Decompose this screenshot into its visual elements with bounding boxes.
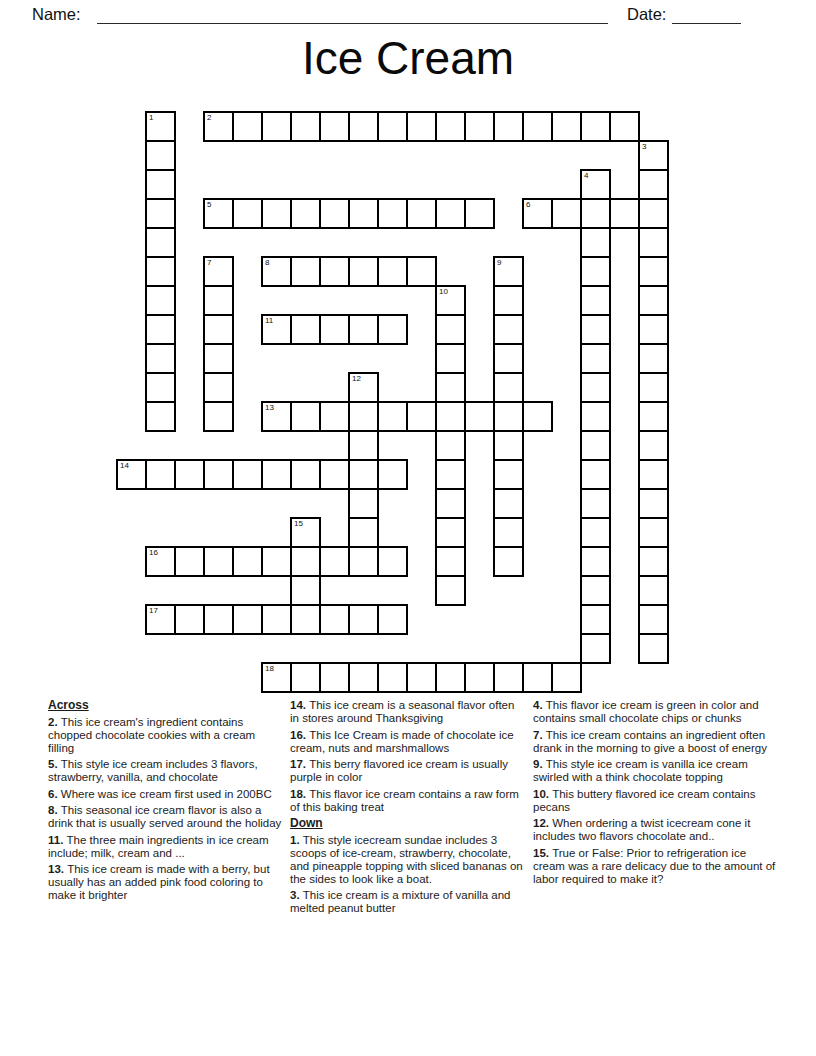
grid-cell-r6c3[interactable] [203,285,234,316]
grid-cell-r0c16[interactable] [580,111,611,142]
grid-cell-r3c5[interactable] [261,198,292,229]
clue-number-9: 9 [497,258,501,268]
grid-cell-r5c8[interactable] [348,256,379,287]
clue-across-14: 14. This ice cream is a seasonal flavor … [290,699,525,725]
grid-cell-r5c16[interactable] [580,256,611,287]
grid-cell-r11c18[interactable] [638,430,669,461]
grid-cell-r10c7[interactable] [319,401,350,432]
grid-cell-r9c3[interactable] [203,372,234,403]
grid-cell-r3c18[interactable] [638,198,669,229]
grid-cell-r17c3[interactable] [203,604,234,635]
grid-cell-r6c13[interactable] [493,285,524,316]
grid-cell-r19c5[interactable]: 18 [261,662,292,693]
grid-cell-r17c16[interactable] [580,604,611,635]
grid-cell-r7c1[interactable] [145,314,176,345]
puzzle-title: Ice Cream [0,32,816,85]
clue-across-6-number: 6. [48,788,61,800]
grid-cell-r8c11[interactable] [435,343,466,374]
clue-number-13: 13 [265,403,274,413]
grid-cell-r17c7[interactable] [319,604,350,635]
clue-down-12-number: 12. [533,817,552,829]
grid-cell-r0c15[interactable] [551,111,582,142]
grid-cell-r12c18[interactable] [638,459,669,490]
grid-cell-r0c6[interactable] [290,111,321,142]
grid-cell-r8c13[interactable] [493,343,524,374]
grid-cell-r3c17[interactable] [609,198,640,229]
grid-cell-r10c6[interactable] [290,401,321,432]
grid-cell-r14c16[interactable] [580,517,611,548]
clue-number-6: 6 [526,200,530,210]
grid-cell-r15c1[interactable]: 16 [145,546,176,577]
grid-cell-r10c13[interactable] [493,401,524,432]
grid-cell-r6c1[interactable] [145,285,176,316]
grid-cell-r7c5[interactable]: 11 [261,314,292,345]
grid-cell-r15c8[interactable] [348,546,379,577]
grid-cell-r12c6[interactable] [290,459,321,490]
grid-cell-r12c11[interactable] [435,459,466,490]
grid-cell-r17c1[interactable]: 17 [145,604,176,635]
clue-number-17: 17 [149,606,158,616]
clue-across-2: 2. This ice cream's ingredient contains … [48,716,282,755]
grid-cell-r1c1[interactable] [145,140,176,171]
grid-cell-r3c14[interactable]: 6 [522,198,553,229]
clue-down-15: 15. True or False: Prior to refrigeratio… [533,847,777,886]
clue-across-5-number: 5. [48,758,61,770]
grid-cell-r15c4[interactable] [232,546,263,577]
grid-cell-r5c7[interactable] [319,256,350,287]
grid-cell-r15c16[interactable] [580,546,611,577]
grid-cell-r14c13[interactable] [493,517,524,548]
clues-across-heading: Across [48,699,282,712]
grid-cell-r7c16[interactable] [580,314,611,345]
clue-down-9-number: 9. [533,758,546,770]
grid-cell-r3c15[interactable] [551,198,582,229]
grid-cell-r12c1[interactable] [145,459,176,490]
clue-number-8: 8 [265,258,269,268]
grid-cell-r3c7[interactable] [319,198,350,229]
grid-cell-r3c4[interactable] [232,198,263,229]
grid-cell-r12c5[interactable] [261,459,292,490]
clue-number-7: 7 [207,258,211,268]
grid-cell-r0c1[interactable]: 1 [145,111,176,142]
grid-cell-r11c11[interactable] [435,430,466,461]
grid-cell-r7c6[interactable] [290,314,321,345]
grid-cell-r13c16[interactable] [580,488,611,519]
grid-cell-r15c18[interactable] [638,546,669,577]
grid-cell-r19c13[interactable] [493,662,524,693]
grid-cell-r8c18[interactable] [638,343,669,374]
clue-across-5: 5. This style ice cream includes 3 flavo… [48,758,282,784]
grid-cell-r7c11[interactable] [435,314,466,345]
clue-number-14: 14 [120,461,129,471]
grid-cell-r17c5[interactable] [261,604,292,635]
grid-cell-r15c3[interactable] [203,546,234,577]
clue-down-1: 1. This style icecream sundae includes 3… [290,834,525,886]
grid-cell-r7c9[interactable] [377,314,408,345]
grid-cell-r6c11[interactable]: 10 [435,285,466,316]
grid-cell-r11c13[interactable] [493,430,524,461]
grid-cell-r16c18[interactable] [638,575,669,606]
grid-cell-r10c11[interactable] [435,401,466,432]
grid-cell-r3c3[interactable]: 5 [203,198,234,229]
clue-down-7-number: 7. [533,729,546,741]
grid-cell-r9c18[interactable] [638,372,669,403]
clue-across-8: 8. This seasonal ice cream flavor is als… [48,804,282,830]
clue-number-11: 11 [265,316,273,326]
grid-cell-r0c8[interactable] [348,111,379,142]
grid-cell-r15c9[interactable] [377,546,408,577]
grid-cell-r12c8[interactable] [348,459,379,490]
grid-cell-r4c18[interactable] [638,227,669,258]
grid-cell-r17c4[interactable] [232,604,263,635]
grid-cell-r13c18[interactable] [638,488,669,519]
grid-cell-r10c8[interactable] [348,401,379,432]
grid-cell-r11c8[interactable] [348,430,379,461]
grid-cell-r3c1[interactable] [145,198,176,229]
clue-number-16: 16 [149,548,158,558]
grid-cell-r10c18[interactable] [638,401,669,432]
clue-across-8-number: 8. [48,804,61,816]
grid-cell-r3c6[interactable] [290,198,321,229]
grid-cell-r0c11[interactable] [435,111,466,142]
clue-number-5: 5 [207,200,211,210]
grid-cell-r0c13[interactable] [493,111,524,142]
grid-cell-r19c15[interactable] [551,662,582,693]
clue-down-15-number: 15. [533,847,552,859]
grid-cell-r10c16[interactable] [580,401,611,432]
grid-cell-r3c8[interactable] [348,198,379,229]
clue-number-3: 3 [642,142,646,152]
clue-number-18: 18 [265,664,274,674]
grid-cell-r10c3[interactable] [203,401,234,432]
grid-cell-r16c11[interactable] [435,575,466,606]
clue-across-18: 18. This flavor ice cream contains a raw… [290,788,525,814]
grid-cell-r12c7[interactable] [319,459,350,490]
grid-cell-r19c8[interactable] [348,662,379,693]
grid-cell-r14c11[interactable] [435,517,466,548]
crossword-worksheet: { "game": "crossword", "title": "Ice Cre… [0,0,816,1056]
clue-across-13-number: 13. [48,863,67,875]
clue-across-18-number: 18. [290,788,309,800]
grid-cell-r3c9[interactable] [377,198,408,229]
grid-cell-r5c3[interactable]: 7 [203,256,234,287]
grid-cell-r3c10[interactable] [406,198,437,229]
grid-cell-r10c14[interactable] [522,401,553,432]
grid-cell-r5c1[interactable] [145,256,176,287]
grid-cell-r5c6[interactable] [290,256,321,287]
grid-cell-r9c11[interactable] [435,372,466,403]
date-label: Date: [627,5,666,24]
grid-cell-r0c5[interactable] [261,111,292,142]
grid-cell-r2c18[interactable] [638,169,669,200]
clue-across-16: 16. This Ice Cream is made of chocolate … [290,729,525,755]
grid-cell-r13c11[interactable] [435,488,466,519]
clue-number-12: 12 [352,374,361,384]
grid-cell-r8c3[interactable] [203,343,234,374]
clue-column-3: 4. This flavor ice cream is green in col… [533,699,777,889]
grid-cell-r7c7[interactable] [319,314,350,345]
clue-across-2-number: 2. [48,716,61,728]
grid-cell-r18c16[interactable] [580,633,611,664]
grid-cell-r17c2[interactable] [174,604,205,635]
grid-cell-r16c6[interactable] [290,575,321,606]
grid-cell-r15c7[interactable] [319,546,350,577]
clue-across-6: 6. Where was ice cream first used in 200… [48,788,282,801]
grid-cell-r17c9[interactable] [377,604,408,635]
grid-cell-r9c16[interactable] [580,372,611,403]
grid-cell-r0c3[interactable]: 2 [203,111,234,142]
clue-down-12: 12. When ordering a twist icecream cone … [533,817,777,843]
grid-cell-r4c1[interactable] [145,227,176,258]
name-blank-line [97,8,608,24]
grid-cell-r12c9[interactable] [377,459,408,490]
clue-down-1-number: 1. [290,834,303,846]
grid-cell-r19c11[interactable] [435,662,466,693]
grid-cell-r12c3[interactable] [203,459,234,490]
grid-cell-r10c12[interactable] [464,401,495,432]
grid-cell-r12c16[interactable] [580,459,611,490]
grid-cell-r15c5[interactable] [261,546,292,577]
grid-cell-r0c14[interactable] [522,111,553,142]
grid-cell-r2c16[interactable]: 4 [580,169,611,200]
grid-cell-r0c12[interactable] [464,111,495,142]
clue-number-2: 2 [207,113,211,123]
grid-cell-r19c14[interactable] [522,662,553,693]
clue-number-4: 4 [584,171,588,181]
grid-cell-r10c10[interactable] [406,401,437,432]
grid-cell-r2c1[interactable] [145,169,176,200]
clue-column-1: Across2. This ice cream's ingredient con… [48,699,282,906]
grid-cell-r5c5[interactable]: 8 [261,256,292,287]
clue-across-11-number: 11. [48,834,67,846]
grid-cell-r10c9[interactable] [377,401,408,432]
clue-down-3-number: 3. [290,889,303,901]
grid-cell-r19c10[interactable] [406,662,437,693]
grid-cell-r0c17[interactable] [609,111,640,142]
clue-across-17: 17. This berry flavored ice cream is usu… [290,758,525,784]
grid-cell-r5c9[interactable] [377,256,408,287]
grid-cell-r5c13[interactable]: 9 [493,256,524,287]
grid-cell-r6c18[interactable] [638,285,669,316]
clue-column-2: 14. This ice cream is a seasonal flavor … [290,699,525,919]
grid-cell-r3c11[interactable] [435,198,466,229]
clue-down-4-number: 4. [533,699,546,711]
name-label: Name: [32,5,81,24]
grid-cell-r10c1[interactable] [145,401,176,432]
grid-cell-r16c16[interactable] [580,575,611,606]
grid-cell-r13c8[interactable] [348,488,379,519]
grid-cell-r12c2[interactable] [174,459,205,490]
clue-across-16-number: 16. [290,729,309,741]
clues-down-heading: Down [290,817,525,830]
clue-across-13: 13. This ice cream is made with a berry,… [48,863,282,902]
grid-cell-r0c10[interactable] [406,111,437,142]
grid-cell-r5c10[interactable] [406,256,437,287]
clue-across-11: 11. The three main ingredients in ice cr… [48,834,282,860]
grid-cell-r1c18[interactable]: 3 [638,140,669,171]
grid-cell-r4c16[interactable] [580,227,611,258]
grid-cell-r15c11[interactable] [435,546,466,577]
grid-cell-r14c6[interactable]: 15 [290,517,321,548]
grid-cell-r14c8[interactable] [348,517,379,548]
grid-cell-r7c3[interactable] [203,314,234,345]
grid-cell-r6c16[interactable] [580,285,611,316]
grid-cell-r0c7[interactable] [319,111,350,142]
grid-cell-r11c16[interactable] [580,430,611,461]
grid-cell-r3c16[interactable] [580,198,611,229]
grid-cell-r7c18[interactable] [638,314,669,345]
grid-cell-r13c13[interactable] [493,488,524,519]
grid-cell-r9c13[interactable] [493,372,524,403]
grid-cell-r14c18[interactable] [638,517,669,548]
clue-number-10: 10 [439,287,448,297]
grid-cell-r19c6[interactable] [290,662,321,693]
clue-across-17-number: 17. [290,758,309,770]
clue-down-7: 7. This ice cream contains an ingredient… [533,729,777,755]
grid-cell-r17c8[interactable] [348,604,379,635]
clue-number-1: 1 [149,113,153,123]
grid-cell-r17c18[interactable] [638,604,669,635]
grid-cell-r5c18[interactable] [638,256,669,287]
clue-down-4: 4. This flavor ice cream is green in col… [533,699,777,725]
grid-cell-r19c9[interactable] [377,662,408,693]
grid-cell-r17c6[interactable] [290,604,321,635]
clue-across-14-number: 14. [290,699,309,711]
grid-cell-r7c8[interactable] [348,314,379,345]
clue-number-15: 15 [294,519,303,529]
grid-cell-r7c13[interactable] [493,314,524,345]
grid-cell-r19c12[interactable] [464,662,495,693]
grid-cell-r9c8[interactable]: 12 [348,372,379,403]
date-blank-line [672,8,741,24]
grid-cell-r19c7[interactable] [319,662,350,693]
grid-cell-r8c16[interactable] [580,343,611,374]
clue-down-10: 10. This buttery flavored ice cream cont… [533,788,777,814]
grid-cell-r10c5[interactable]: 13 [261,401,292,432]
clue-down-3: 3. This ice cream is a mixture of vanill… [290,889,525,915]
crossword-grid: 123456789101112131415161718 [116,111,669,693]
grid-cell-r9c1[interactable] [145,372,176,403]
grid-cell-r15c6[interactable] [290,546,321,577]
grid-cell-r15c2[interactable] [174,546,205,577]
grid-cell-r3c12[interactable] [464,198,495,229]
grid-cell-r8c1[interactable] [145,343,176,374]
grid-cell-r15c13[interactable] [493,546,524,577]
grid-cell-r12c0[interactable]: 14 [116,459,147,490]
grid-cell-r18c18[interactable] [638,633,669,664]
grid-cell-r0c9[interactable] [377,111,408,142]
grid-cell-r12c4[interactable] [232,459,263,490]
grid-cell-r0c4[interactable] [232,111,263,142]
grid-cell-r12c13[interactable] [493,459,524,490]
clue-down-9: 9. This style ice cream is vanilla ice c… [533,758,777,784]
clue-down-10-number: 10. [533,788,552,800]
